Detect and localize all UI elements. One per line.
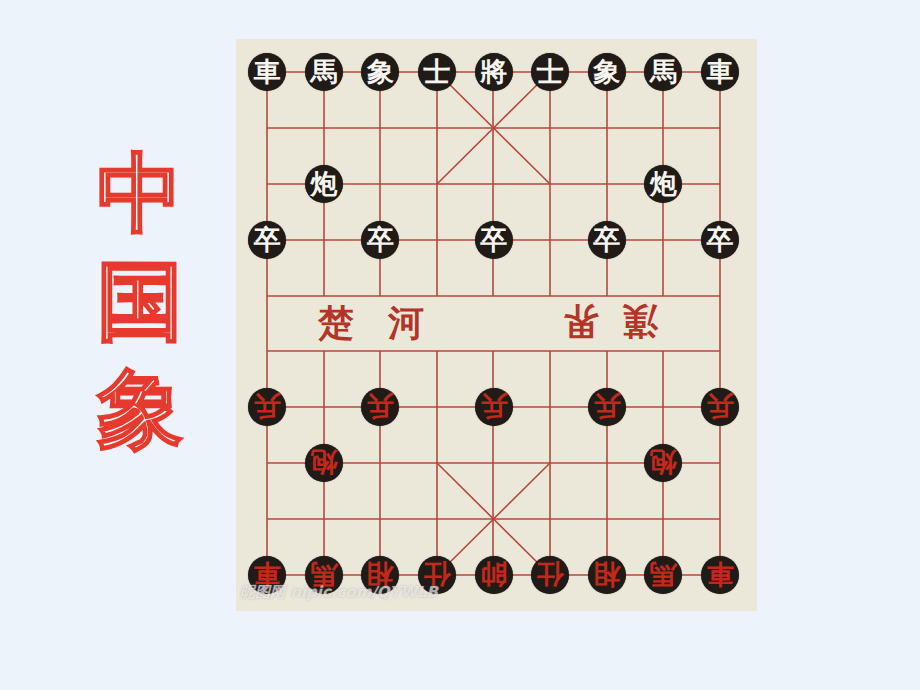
piece-black-soldier[interactable]: 卒 — [701, 221, 739, 259]
piece-red-advisor[interactable]: 仕 — [531, 556, 569, 594]
piece-black-advisor[interactable]: 士 — [531, 53, 569, 91]
title-char-guo: 国 — [97, 258, 183, 344]
piece-black-soldier[interactable]: 卒 — [248, 221, 286, 259]
piece-red-soldier[interactable]: 兵 — [475, 388, 513, 426]
piece-glyph: 炮 — [310, 170, 337, 197]
piece-black-elephant[interactable]: 象 — [361, 53, 399, 91]
piece-glyph: 馬 — [310, 58, 337, 85]
piece-glyph: 將 — [480, 58, 507, 85]
piece-glyph: 卒 — [367, 226, 394, 253]
piece-red-soldier[interactable]: 兵 — [588, 388, 626, 426]
slide-title: 中 国 象 — [96, 150, 184, 452]
piece-glyph: 士 — [424, 58, 451, 85]
watermark: 昵图网 nipic.com/QYWLB — [240, 583, 438, 602]
piece-black-advisor[interactable]: 士 — [418, 53, 456, 91]
piece-glyph: 兵 — [707, 394, 734, 421]
piece-glyph: 卒 — [707, 226, 734, 253]
piece-black-chariot[interactable]: 車 — [248, 53, 286, 91]
pieces-grid: 車馬象士將士象馬車炮炮卒卒卒卒卒兵兵兵兵兵炮炮車馬相仕帥仕相馬車 — [239, 44, 748, 603]
title-char-xiang: 象 — [97, 366, 183, 452]
xiangqi-board: 楚 河 界 漢 車馬象士將士象馬車炮炮卒卒卒卒卒兵兵兵兵兵炮炮車馬相仕帥仕相馬車… — [236, 39, 757, 611]
piece-black-soldier[interactable]: 卒 — [361, 221, 399, 259]
piece-glyph: 帥 — [480, 561, 507, 588]
piece-glyph: 兵 — [254, 394, 281, 421]
slide-background: { "game": "xiangqi", "position": { "fen"… — [0, 0, 920, 690]
piece-red-cannon[interactable]: 炮 — [644, 444, 682, 482]
piece-glyph: 相 — [593, 561, 620, 588]
piece-glyph: 仕 — [537, 561, 564, 588]
piece-glyph: 士 — [537, 58, 564, 85]
piece-glyph: 兵 — [480, 394, 507, 421]
piece-glyph: 卒 — [593, 226, 620, 253]
piece-glyph: 馬 — [650, 58, 677, 85]
piece-glyph: 車 — [707, 58, 734, 85]
piece-glyph: 炮 — [650, 450, 677, 477]
piece-red-soldier[interactable]: 兵 — [701, 388, 739, 426]
piece-glyph: 象 — [367, 58, 394, 85]
piece-black-soldier[interactable]: 卒 — [588, 221, 626, 259]
piece-red-elephant[interactable]: 相 — [588, 556, 626, 594]
piece-glyph: 卒 — [480, 226, 507, 253]
piece-glyph: 炮 — [310, 450, 337, 477]
title-char-zhong: 中 — [97, 150, 183, 236]
piece-glyph: 兵 — [367, 394, 394, 421]
piece-red-chariot[interactable]: 車 — [701, 556, 739, 594]
piece-black-soldier[interactable]: 卒 — [475, 221, 513, 259]
piece-black-chariot[interactable]: 車 — [701, 53, 739, 91]
piece-black-cannon[interactable]: 炮 — [305, 165, 343, 203]
piece-red-cannon[interactable]: 炮 — [305, 444, 343, 482]
piece-glyph: 炮 — [650, 170, 677, 197]
piece-glyph: 象 — [593, 58, 620, 85]
piece-glyph: 卒 — [254, 226, 281, 253]
piece-glyph: 車 — [707, 561, 734, 588]
piece-glyph: 兵 — [593, 394, 620, 421]
piece-glyph: 車 — [254, 58, 281, 85]
piece-red-soldier[interactable]: 兵 — [248, 388, 286, 426]
piece-red-general[interactable]: 帥 — [475, 556, 513, 594]
piece-red-soldier[interactable]: 兵 — [361, 388, 399, 426]
piece-black-general[interactable]: 將 — [475, 53, 513, 91]
piece-red-horse[interactable]: 馬 — [644, 556, 682, 594]
piece-black-horse[interactable]: 馬 — [305, 53, 343, 91]
piece-black-cannon[interactable]: 炮 — [644, 165, 682, 203]
piece-black-horse[interactable]: 馬 — [644, 53, 682, 91]
piece-black-elephant[interactable]: 象 — [588, 53, 626, 91]
piece-glyph: 馬 — [650, 561, 677, 588]
